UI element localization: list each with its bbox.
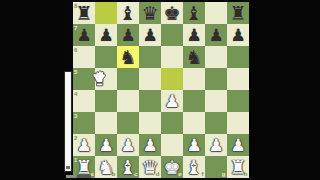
rank-label-3: 3 [74,113,77,119]
watermark-smudge [66,175,100,179]
square-d5[interactable] [139,68,161,90]
white-rook-h1[interactable]: ♜ [227,156,249,178]
square-f8[interactable]: ♝ [183,2,205,24]
chess-board[interactable]: 8♜♝♛♚♝♜7♟♟♟♟♟♟♟6♞♞5♞4♟32♟♟♟♟♟♟♟1a♜b♞c♝d♛… [73,2,249,178]
square-a7[interactable]: 7♟ [73,24,95,46]
square-g4[interactable] [205,90,227,112]
rank-label-6: 6 [74,47,77,53]
black-pawn-b7[interactable]: ♟ [95,24,117,46]
square-f7[interactable]: ♟ [183,24,205,46]
square-a8[interactable]: 8♜ [73,2,95,24]
white-pawn-f2[interactable]: ♟ [183,134,205,156]
black-rook-h8[interactable]: ♜ [227,2,249,24]
square-c2[interactable]: ♟ [117,134,139,156]
square-g5[interactable] [205,68,227,90]
file-label-g: g [222,171,226,177]
square-c3[interactable] [117,112,139,134]
square-h2[interactable]: ♟ [227,134,249,156]
square-h5[interactable] [227,68,249,90]
square-g7[interactable]: ♟ [205,24,227,46]
square-e1[interactable]: e♚ [161,156,183,178]
square-a6[interactable]: 6 [73,46,95,68]
square-f4[interactable] [183,90,205,112]
square-d4[interactable] [139,90,161,112]
square-e7[interactable] [161,24,183,46]
square-c4[interactable] [117,90,139,112]
square-e5[interactable]: ♞ [161,68,183,90]
square-d7[interactable]: ♟ [139,24,161,46]
square-c5[interactable] [117,68,139,90]
black-pawn-c7[interactable]: ♟ [117,24,139,46]
white-pawn-c2[interactable]: ♟ [117,134,139,156]
square-g2[interactable]: ♟ [205,134,227,156]
square-e8[interactable]: ♚ [161,2,183,24]
square-b5[interactable] [95,68,117,90]
black-knight-f6[interactable]: ♞ [183,46,205,68]
square-a5[interactable]: 5 [73,68,95,90]
letterbox-left [0,0,64,180]
black-queen-d8[interactable]: ♛ [139,2,161,24]
square-f5[interactable] [183,68,205,90]
scrollbar[interactable] [64,71,72,172]
black-king-e8[interactable]: ♚ [161,2,183,24]
black-bishop-c8[interactable]: ♝ [117,2,139,24]
square-e2[interactable] [161,134,183,156]
square-e6[interactable] [161,46,183,68]
scrollbar-end-mark [66,166,70,169]
square-e3[interactable] [161,112,183,134]
white-pawn-h2[interactable]: ♟ [227,134,249,156]
black-pawn-f7[interactable]: ♟ [183,24,205,46]
white-pawn-e4[interactable]: ♟ [161,90,183,112]
white-pawn-b2[interactable]: ♟ [95,134,117,156]
black-pawn-g7[interactable]: ♟ [205,24,227,46]
letterbox-right [249,0,320,180]
square-a2[interactable]: 2♟ [73,134,95,156]
square-d8[interactable]: ♛ [139,2,161,24]
square-h7[interactable]: ♟ [227,24,249,46]
square-b8[interactable] [95,2,117,24]
white-bishop-c1[interactable]: ♝ [117,156,139,178]
square-f2[interactable]: ♟ [183,134,205,156]
square-d2[interactable]: ♟ [139,134,161,156]
black-pawn-h7[interactable]: ♟ [227,24,249,46]
square-f1[interactable]: f♝ [183,156,205,178]
square-b4[interactable] [95,90,117,112]
black-knight-c6[interactable]: ♞ [117,46,139,68]
square-c6[interactable]: ♞ [117,46,139,68]
white-queen-d1[interactable]: ♛ [139,156,161,178]
white-pawn-d2[interactable]: ♟ [139,134,161,156]
rank-label-5: 5 [74,69,77,75]
square-h1[interactable]: h♜ [227,156,249,178]
white-pawn-a2[interactable]: ♟ [73,134,95,156]
square-h3[interactable] [227,112,249,134]
video-frame: 8♜♝♛♚♝♜7♟♟♟♟♟♟♟6♞♞5♞4♟32♟♟♟♟♟♟♟1a♜b♞c♝d♛… [0,0,320,180]
square-b2[interactable]: ♟ [95,134,117,156]
white-king-e1[interactable]: ♚ [161,156,183,178]
white-pawn-g2[interactable]: ♟ [205,134,227,156]
square-d6[interactable] [139,46,161,68]
square-a3[interactable]: 3 [73,112,95,134]
square-c8[interactable]: ♝ [117,2,139,24]
square-h4[interactable] [227,90,249,112]
square-d1[interactable]: d♛ [139,156,161,178]
square-e4[interactable]: ♟ [161,90,183,112]
square-h8[interactable]: ♜ [227,2,249,24]
black-pawn-d7[interactable]: ♟ [139,24,161,46]
square-g6[interactable] [205,46,227,68]
square-c7[interactable]: ♟ [117,24,139,46]
square-c1[interactable]: c♝ [117,156,139,178]
square-f6[interactable]: ♞ [183,46,205,68]
black-pawn-a7[interactable]: ♟ [73,24,95,46]
square-d3[interactable] [139,112,161,134]
black-bishop-f8[interactable]: ♝ [183,2,205,24]
square-h6[interactable] [227,46,249,68]
black-rook-a8[interactable]: ♜ [73,2,95,24]
square-g1[interactable]: g [205,156,227,178]
square-b6[interactable] [95,46,117,68]
white-bishop-f1[interactable]: ♝ [183,156,205,178]
square-b3[interactable] [95,112,117,134]
rank-label-4: 4 [74,91,77,97]
square-g8[interactable] [205,2,227,24]
square-f3[interactable] [183,112,205,134]
square-b7[interactable]: ♟ [95,24,117,46]
square-g3[interactable] [205,112,227,134]
square-a4[interactable]: 4 [73,90,95,112]
